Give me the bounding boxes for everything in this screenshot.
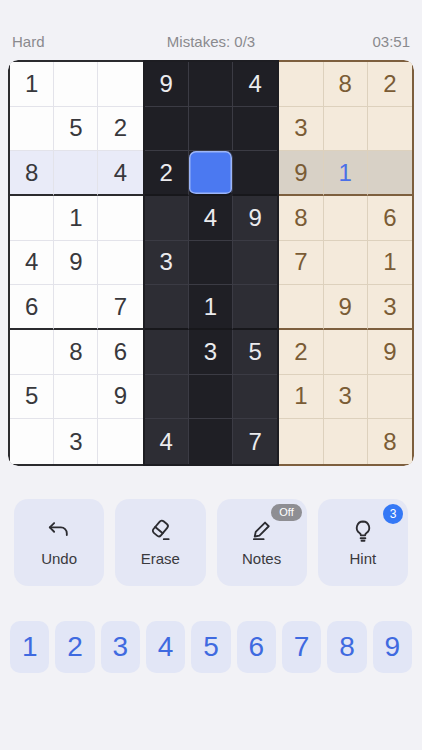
- numpad: 123456789: [10, 621, 412, 673]
- cell-r6c5[interactable]: 1: [189, 285, 233, 330]
- cell-r3c7[interactable]: 9: [279, 151, 323, 196]
- cell-r3c8[interactable]: 1: [324, 151, 368, 196]
- cell-r7c4[interactable]: [145, 330, 189, 375]
- pencil-icon: [249, 518, 275, 544]
- cell-r5c8[interactable]: [324, 241, 368, 286]
- cell-r5c7[interactable]: 7: [279, 241, 323, 286]
- cell-r5c5[interactable]: [189, 241, 233, 286]
- cell-r7c5[interactable]: 3: [189, 330, 233, 375]
- cell-r8c8[interactable]: 3: [324, 375, 368, 420]
- cell-r2c2[interactable]: 5: [54, 107, 98, 152]
- cell-r2c7[interactable]: 3: [279, 107, 323, 152]
- cell-r1c8[interactable]: 8: [324, 62, 368, 107]
- erase-button[interactable]: Erase: [115, 499, 205, 586]
- board-section-white: 152841496786593: [8, 60, 143, 466]
- cell-r5c1[interactable]: 4: [10, 241, 54, 286]
- cell-r9c5[interactable]: [189, 419, 233, 464]
- cell-r4c1[interactable]: [10, 196, 54, 241]
- cell-r1c1[interactable]: 1: [10, 62, 54, 107]
- cell-r3c9[interactable]: [368, 151, 412, 196]
- cell-r6c1[interactable]: 6: [10, 285, 54, 330]
- cell-r1c2[interactable]: [54, 62, 98, 107]
- cell-r6c7[interactable]: [279, 285, 323, 330]
- cell-r8c7[interactable]: 1: [279, 375, 323, 420]
- cell-r5c3[interactable]: [98, 241, 142, 286]
- cell-r6c6[interactable]: [233, 285, 277, 330]
- cell-r8c1[interactable]: 5: [10, 375, 54, 420]
- numpad-5[interactable]: 5: [191, 621, 230, 673]
- cell-r8c2[interactable]: [54, 375, 98, 420]
- cell-r5c2[interactable]: 9: [54, 241, 98, 286]
- numpad-8[interactable]: 8: [327, 621, 366, 673]
- cell-r2c1[interactable]: [10, 107, 54, 152]
- cell-r4c8[interactable]: [324, 196, 368, 241]
- cell-r4c5[interactable]: 4: [189, 196, 233, 241]
- cell-r1c9[interactable]: 2: [368, 62, 412, 107]
- cell-r3c5[interactable]: [189, 151, 233, 196]
- cell-r3c4[interactable]: 2: [145, 151, 189, 196]
- cell-r7c3[interactable]: 6: [98, 330, 142, 375]
- cell-r3c1[interactable]: 8: [10, 151, 54, 196]
- cell-r9c1[interactable]: [10, 419, 54, 464]
- cell-r9c4[interactable]: 4: [145, 419, 189, 464]
- cell-r7c9[interactable]: 9: [368, 330, 412, 375]
- cell-r9c2[interactable]: 3: [54, 419, 98, 464]
- cell-r4c2[interactable]: 1: [54, 196, 98, 241]
- numpad-1[interactable]: 1: [10, 621, 49, 673]
- numpad-9[interactable]: 9: [373, 621, 412, 673]
- cell-r1c7[interactable]: [279, 62, 323, 107]
- cell-r2c6[interactable]: [233, 107, 277, 152]
- cell-r7c1[interactable]: [10, 330, 54, 375]
- notes-button[interactable]: Off Notes: [217, 499, 307, 586]
- cell-r8c5[interactable]: [189, 375, 233, 420]
- cell-r5c9[interactable]: 1: [368, 241, 412, 286]
- hint-label: Hint: [350, 550, 377, 567]
- cell-r1c3[interactable]: [98, 62, 142, 107]
- hint-count-badge: 3: [383, 504, 403, 524]
- status-bar: Hard Mistakes: 0/3 03:51: [12, 30, 410, 52]
- cell-r4c3[interactable]: [98, 196, 142, 241]
- erase-label: Erase: [141, 550, 180, 567]
- cell-r8c3[interactable]: 9: [98, 375, 142, 420]
- cell-r3c2[interactable]: [54, 151, 98, 196]
- lightbulb-icon: [350, 518, 376, 544]
- cell-r4c7[interactable]: 8: [279, 196, 323, 241]
- cell-r2c8[interactable]: [324, 107, 368, 152]
- toolbar: Undo Erase Off Notes 3: [14, 499, 408, 586]
- eraser-icon: [147, 518, 173, 544]
- cell-r1c6[interactable]: 4: [233, 62, 277, 107]
- cell-r8c4[interactable]: [145, 375, 189, 420]
- numpad-3[interactable]: 3: [101, 621, 140, 673]
- undo-icon: [46, 518, 72, 544]
- numpad-6[interactable]: 6: [237, 621, 276, 673]
- cell-r6c2[interactable]: [54, 285, 98, 330]
- cell-r4c9[interactable]: 6: [368, 196, 412, 241]
- cell-r3c3[interactable]: 4: [98, 151, 142, 196]
- cell-r4c6[interactable]: 9: [233, 196, 277, 241]
- cell-r7c8[interactable]: [324, 330, 368, 375]
- cell-r4c4[interactable]: [145, 196, 189, 241]
- cell-r2c3[interactable]: 2: [98, 107, 142, 152]
- cell-r1c4[interactable]: 9: [145, 62, 189, 107]
- cell-r8c6[interactable]: [233, 375, 277, 420]
- notes-off-badge: Off: [271, 504, 301, 521]
- mistakes-counter: Mistakes: 0/3: [12, 33, 410, 50]
- cell-r2c5[interactable]: [189, 107, 233, 152]
- cell-r6c8[interactable]: 9: [324, 285, 368, 330]
- cell-r1c5[interactable]: [189, 62, 233, 107]
- cell-r7c6[interactable]: 5: [233, 330, 277, 375]
- board-section-tan: 8239186719329138: [279, 60, 414, 466]
- cell-r9c6[interactable]: 7: [233, 419, 277, 464]
- hint-button[interactable]: 3 Hint: [318, 499, 408, 586]
- numpad-7[interactable]: 7: [282, 621, 321, 673]
- undo-button[interactable]: Undo: [14, 499, 104, 586]
- cell-r9c9[interactable]: 8: [368, 419, 412, 464]
- notes-label: Notes: [242, 550, 281, 567]
- numpad-4[interactable]: 4: [146, 621, 185, 673]
- cell-r9c7[interactable]: [279, 419, 323, 464]
- sudoku-board: 1528414967865939424931354782391867193291…: [8, 60, 414, 466]
- cell-r3c6[interactable]: [233, 151, 277, 196]
- cell-r9c3[interactable]: [98, 419, 142, 464]
- cell-r6c3[interactable]: 7: [98, 285, 142, 330]
- cell-r7c7[interactable]: 2: [279, 330, 323, 375]
- cell-r5c4[interactable]: 3: [145, 241, 189, 286]
- cell-r5c6[interactable]: [233, 241, 277, 286]
- cell-r2c4[interactable]: [145, 107, 189, 152]
- sudoku-app: Hard Mistakes: 0/3 03:51 152841496786593…: [0, 0, 422, 750]
- numpad-2[interactable]: 2: [55, 621, 94, 673]
- cell-r6c4[interactable]: [145, 285, 189, 330]
- cell-r2c9[interactable]: [368, 107, 412, 152]
- cell-r7c2[interactable]: 8: [54, 330, 98, 375]
- cell-r9c8[interactable]: [324, 419, 368, 464]
- cell-r6c9[interactable]: 3: [368, 285, 412, 330]
- undo-label: Undo: [41, 550, 77, 567]
- board-section-dark: 94249313547: [143, 60, 280, 466]
- cell-r8c9[interactable]: [368, 375, 412, 420]
